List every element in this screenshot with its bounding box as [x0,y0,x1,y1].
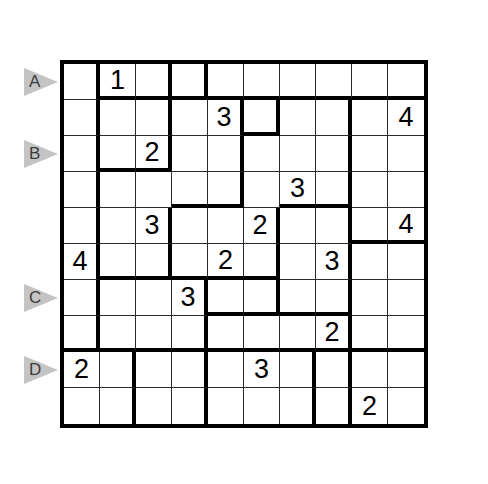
given-digit-r5c3[interactable]: 3 [136,208,172,244]
puzzle-board: 1342332442332232 [60,60,428,428]
row-marker-b: B [24,140,58,168]
cell-r4c6[interactable] [244,172,280,208]
cell-r7c7[interactable] [280,280,316,316]
cell-r8c7[interactable] [280,316,316,352]
given-digit-r6c5[interactable]: 2 [208,244,244,280]
given-digit-r6c8[interactable]: 3 [316,244,352,280]
cell-r1c9[interactable] [352,64,388,100]
cell-r5c1[interactable] [64,208,100,244]
cell-r4c2[interactable] [100,172,136,208]
cell-r10c3[interactable] [136,388,172,424]
cell-r1c10[interactable] [388,64,424,100]
given-digit-r8c8[interactable]: 2 [316,316,352,352]
cell-r1c4[interactable] [172,64,208,100]
row-marker-label: B [29,144,40,164]
given-digit-r5c10[interactable]: 4 [388,208,424,244]
cell-r10c7[interactable] [280,388,316,424]
cell-r6c6[interactable] [244,244,280,280]
cell-r3c6[interactable] [244,136,280,172]
cell-r5c2[interactable] [100,208,136,244]
row-marker-label: C [29,288,41,308]
cell-r2c2[interactable] [100,100,136,136]
cell-r6c7[interactable] [280,244,316,280]
given-digit-r9c6[interactable]: 3 [244,352,280,388]
cell-r7c10[interactable] [388,280,424,316]
cell-r1c5[interactable] [208,64,244,100]
cell-r3c9[interactable] [352,136,388,172]
cell-r6c3[interactable] [136,244,172,280]
cell-r10c4[interactable] [172,388,208,424]
cell-r9c8[interactable] [316,352,352,388]
cell-r6c2[interactable] [100,244,136,280]
cell-r7c3[interactable] [136,280,172,316]
cell-r9c3[interactable] [136,352,172,388]
cell-r8c2[interactable] [100,316,136,352]
cell-r2c9[interactable] [352,100,388,136]
cell-r3c7[interactable] [280,136,316,172]
row-marker-label: A [29,72,40,92]
cell-r6c4[interactable] [172,244,208,280]
cell-r7c5[interactable] [208,280,244,316]
given-digit-r2c5[interactable]: 3 [208,100,244,136]
cell-r4c8[interactable] [316,172,352,208]
given-digit-r1c2[interactable]: 1 [100,64,136,100]
cell-r7c6[interactable] [244,280,280,316]
cell-r8c10[interactable] [388,316,424,352]
cell-r5c8[interactable] [316,208,352,244]
cell-r1c6[interactable] [244,64,280,100]
cell-r9c2[interactable] [100,352,136,388]
cell-r3c5[interactable] [208,136,244,172]
given-digit-r2c10[interactable]: 4 [388,100,424,136]
cell-r1c7[interactable] [280,64,316,100]
cell-r2c6[interactable] [244,100,280,136]
cell-r7c2[interactable] [100,280,136,316]
cell-r10c5[interactable] [208,388,244,424]
cell-r8c6[interactable] [244,316,280,352]
cell-r9c10[interactable] [388,352,424,388]
cell-r6c9[interactable] [352,244,388,280]
cell-r4c1[interactable] [64,172,100,208]
cell-r6c10[interactable] [388,244,424,280]
cell-r9c4[interactable] [172,352,208,388]
cell-r8c4[interactable] [172,316,208,352]
cell-r10c10[interactable] [388,388,424,424]
cell-r3c10[interactable] [388,136,424,172]
cell-r10c1[interactable] [64,388,100,424]
cell-r3c1[interactable] [64,136,100,172]
cell-r2c4[interactable] [172,100,208,136]
puzzle-page: ABCD 1342332442332232 [0,0,488,484]
cell-r4c4[interactable] [172,172,208,208]
cell-r7c8[interactable] [316,280,352,316]
cell-r8c9[interactable] [352,316,388,352]
cell-r9c7[interactable] [280,352,316,388]
cell-r8c5[interactable] [208,316,244,352]
row-marker-a: A [24,68,58,96]
cell-r10c6[interactable] [244,388,280,424]
cell-r9c9[interactable] [352,352,388,388]
cell-r2c8[interactable] [316,100,352,136]
given-digit-r6c1[interactable]: 4 [64,244,100,280]
given-digit-r9c1[interactable]: 2 [64,352,100,388]
row-marker-label: D [29,360,41,380]
cell-r3c8[interactable] [316,136,352,172]
cell-r5c9[interactable] [352,208,388,244]
cell-r4c10[interactable] [388,172,424,208]
cell-r1c1[interactable] [64,64,100,100]
cell-r5c5[interactable] [208,208,244,244]
given-digit-r10c9[interactable]: 2 [352,388,388,424]
cell-r2c3[interactable] [136,100,172,136]
given-digit-r7c4[interactable]: 3 [172,280,208,316]
cell-r7c1[interactable] [64,280,100,316]
cell-r3c4[interactable] [172,136,208,172]
cell-r8c1[interactable] [64,316,100,352]
cell-r9c5[interactable] [208,352,244,388]
cell-r2c7[interactable] [280,100,316,136]
cell-r10c8[interactable] [316,388,352,424]
cell-r5c7[interactable] [280,208,316,244]
given-digit-r4c7[interactable]: 3 [280,172,316,208]
cell-r2c1[interactable] [64,100,100,136]
cell-r7c9[interactable] [352,280,388,316]
cell-r8c3[interactable] [136,316,172,352]
cell-r4c3[interactable] [136,172,172,208]
cell-r4c5[interactable] [208,172,244,208]
cell-r5c4[interactable] [172,208,208,244]
cell-r10c2[interactable] [100,388,136,424]
cell-r3c2[interactable] [100,136,136,172]
cell-r1c3[interactable] [136,64,172,100]
cell-r1c8[interactable] [316,64,352,100]
cell-r4c9[interactable] [352,172,388,208]
given-digit-r3c3[interactable]: 2 [136,136,172,172]
row-marker-c: C [24,284,58,312]
row-marker-d: D [24,356,58,384]
given-digit-r5c6[interactable]: 2 [244,208,280,244]
